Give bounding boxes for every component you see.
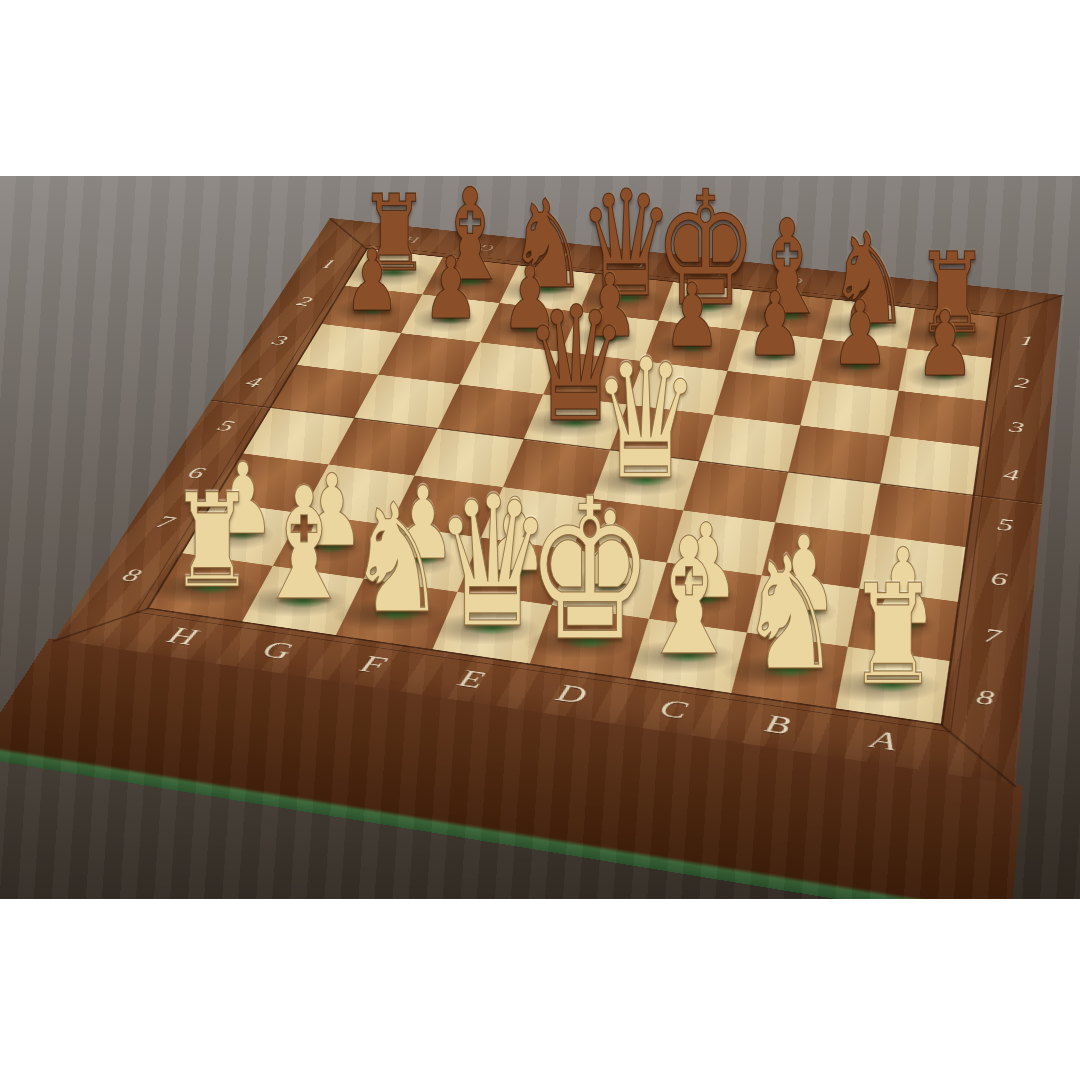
photo-backdrop: HGFEDCBAHGFEDCBA1234567812345678 ♜♞♝♚♛♞♝… <box>0 176 1080 899</box>
piece-sheesham-pawn-g2[interactable]: ♟ <box>422 251 478 328</box>
piece-boxwood-bishop-c8[interactable]: ♝ <box>636 525 742 671</box>
white-band-bottom <box>0 899 1080 1080</box>
piece-boxwood-rook-h8[interactable]: ♜ <box>169 483 254 600</box>
piece-boxwood-knight-b8[interactable]: ♞ <box>739 544 842 685</box>
piece-sheesham-pawn-a2[interactable]: ♟ <box>916 304 975 385</box>
piece-boxwood-rook-a8[interactable]: ♜ <box>848 573 939 698</box>
piece-boxwood-knight-f8[interactable]: ♞ <box>348 492 447 628</box>
piece-sheesham-pawn-b2[interactable]: ♟ <box>830 294 889 374</box>
product-photo: HGFEDCBAHGFEDCBA1234567812345678 ♜♞♝♚♛♞♝… <box>0 0 1080 1080</box>
pieces-layer: ♜♞♝♚♛♞♝♜♟♟♟♟♟♟♟♟♛♛♟♟♟♟♟♟♟♟♜♞♝♚♛♞♝♜ <box>0 176 1080 899</box>
white-band-top <box>0 0 1080 176</box>
piece-boxwood-bishop-g8[interactable]: ♝ <box>252 475 354 615</box>
piece-sheesham-pawn-c2[interactable]: ♟ <box>746 285 804 365</box>
piece-boxwood-king-d8[interactable]: ♚ <box>526 483 654 659</box>
piece-sheesham-pawn-h2[interactable]: ♟ <box>344 242 400 319</box>
